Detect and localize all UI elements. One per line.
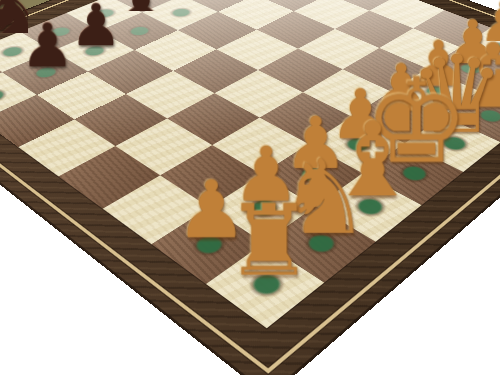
squares-grid: ♜♞♝♚♛♝♞♜♟♟♟♟♟♟♟♟♟♟♟♟♟♟♟♟♜♞♝♚♛♝♞♜ (0, 0, 500, 328)
white-rook[interactable]: ♜ (225, 192, 313, 290)
square-a4[interactable] (369, 0, 444, 28)
photo-canvas: ♜♞♝♚♛♝♞♜♟♟♟♟♟♟♟♟♟♟♟♟♟♟♟♟♜♞♝♚♛♝♞♜ (0, 0, 500, 375)
chess-board: ♜♞♝♚♛♝♞♜♟♟♟♟♟♟♟♟♟♟♟♟♟♟♟♟♜♞♝♚♛♝♞♜ (0, 0, 500, 375)
black-pawn[interactable]: ♟ (0, 36, 23, 99)
black-pawn[interactable]: ♟ (70, 0, 122, 54)
black-pawn[interactable]: ♟ (116, 0, 166, 34)
board-scene: ♜♞♝♚♛♝♞♜♟♟♟♟♟♟♟♟♟♟♟♟♟♟♟♟♜♞♝♚♛♝♞♜ (0, 0, 500, 375)
black-pawn[interactable]: ♟ (20, 15, 74, 75)
